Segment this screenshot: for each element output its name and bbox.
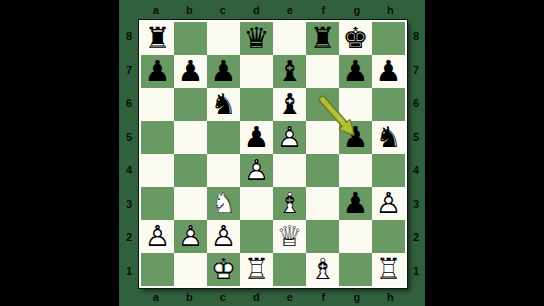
white-pawn: ♙	[240, 154, 273, 187]
square-e6[interactable]: ♝	[273, 88, 306, 121]
square-d1[interactable]: ♜♖	[240, 253, 273, 286]
square-f2[interactable]	[306, 220, 339, 253]
square-b2[interactable]: ♟♙	[174, 220, 207, 253]
black-pawn: ♟	[207, 55, 240, 88]
file-label-d: d	[240, 5, 274, 16]
square-g2[interactable]	[339, 220, 372, 253]
white-pawn-fill: ♟	[372, 187, 405, 220]
white-rook: ♖	[372, 253, 405, 286]
white-pawn: ♙	[372, 187, 405, 220]
square-h1[interactable]: ♜♖	[372, 253, 405, 286]
rank-label-8: 8	[126, 31, 132, 42]
square-a5[interactable]	[141, 121, 174, 154]
square-h2[interactable]	[372, 220, 405, 253]
file-label-c: c	[206, 5, 240, 16]
square-a4[interactable]	[141, 154, 174, 187]
square-a2[interactable]: ♟♙	[141, 220, 174, 253]
square-b1[interactable]	[174, 253, 207, 286]
file-label-a: a	[139, 292, 173, 303]
white-bishop: ♗	[273, 187, 306, 220]
square-d4[interactable]: ♟♙	[240, 154, 273, 187]
square-g1[interactable]	[339, 253, 372, 286]
square-h7[interactable]: ♟	[372, 55, 405, 88]
white-king: ♔	[207, 253, 240, 286]
black-queen: ♛	[240, 22, 273, 55]
square-c1[interactable]: ♚♔	[207, 253, 240, 286]
board-squares: ♜♛♜♚♟♟♟♝♟♟♞♝♟♟♙♟♞♟♙♞♘♝♗♟♟♙♟♙♟♙♟♙♛♕♚♔♜♖♝♗…	[139, 20, 407, 288]
square-f6[interactable]	[306, 88, 339, 121]
square-d8[interactable]: ♛	[240, 22, 273, 55]
white-pawn: ♙	[207, 220, 240, 253]
chessboard: ♜♛♜♚♟♟♟♝♟♟♞♝♟♟♙♟♞♟♙♞♘♝♗♟♟♙♟♙♟♙♟♙♛♕♚♔♜♖♝♗…	[139, 20, 407, 288]
black-knight: ♞	[372, 121, 405, 154]
square-f8[interactable]: ♜	[306, 22, 339, 55]
black-pawn: ♟	[339, 121, 372, 154]
square-d5[interactable]: ♟	[240, 121, 273, 154]
square-b7[interactable]: ♟	[174, 55, 207, 88]
white-pawn-fill: ♟	[141, 220, 174, 253]
black-bishop: ♝	[273, 88, 306, 121]
square-f3[interactable]	[306, 187, 339, 220]
square-h5[interactable]: ♞	[372, 121, 405, 154]
black-pawn: ♟	[174, 55, 207, 88]
square-e7[interactable]: ♝	[273, 55, 306, 88]
square-e5[interactable]: ♟♙	[273, 121, 306, 154]
square-c4[interactable]	[207, 154, 240, 187]
file-label-c: c	[206, 292, 240, 303]
square-d7[interactable]	[240, 55, 273, 88]
square-f1[interactable]: ♝♗	[306, 253, 339, 286]
rank-label-8: 8	[413, 31, 419, 42]
black-pawn: ♟	[339, 187, 372, 220]
rank-label-6: 6	[413, 98, 419, 109]
rank-label-6: 6	[126, 98, 132, 109]
white-rook: ♖	[240, 253, 273, 286]
square-b6[interactable]	[174, 88, 207, 121]
black-rook: ♜	[306, 22, 339, 55]
black-pawn: ♟	[339, 55, 372, 88]
file-label-a: a	[139, 5, 173, 16]
rank-labels-left: 87654321	[119, 20, 139, 288]
file-label-h: h	[374, 292, 408, 303]
white-knight-fill: ♞	[207, 187, 240, 220]
rank-labels-right: 87654321	[407, 20, 425, 288]
square-e1[interactable]	[273, 253, 306, 286]
file-label-b: b	[173, 5, 207, 16]
square-f4[interactable]	[306, 154, 339, 187]
black-rook: ♜	[141, 22, 174, 55]
square-g8[interactable]: ♚	[339, 22, 372, 55]
square-e2[interactable]: ♛♕	[273, 220, 306, 253]
square-a6[interactable]	[141, 88, 174, 121]
rank-label-5: 5	[126, 132, 132, 143]
rank-label-3: 3	[413, 199, 419, 210]
square-h4[interactable]	[372, 154, 405, 187]
square-d6[interactable]	[240, 88, 273, 121]
square-d3[interactable]	[240, 187, 273, 220]
rank-label-2: 2	[126, 232, 132, 243]
black-pawn: ♟	[141, 55, 174, 88]
file-label-e: e	[273, 292, 307, 303]
white-pawn: ♙	[273, 121, 306, 154]
white-pawn-fill: ♟	[207, 220, 240, 253]
white-bishop-fill: ♝	[273, 187, 306, 220]
square-e3[interactable]: ♝♗	[273, 187, 306, 220]
white-rook-fill: ♜	[240, 253, 273, 286]
square-b5[interactable]	[174, 121, 207, 154]
file-label-b: b	[173, 292, 207, 303]
file-labels-bottom: abcdefgh	[139, 288, 407, 306]
square-d2[interactable]	[240, 220, 273, 253]
square-c5[interactable]	[207, 121, 240, 154]
black-king: ♚	[339, 22, 372, 55]
file-labels-top: abcdefgh	[139, 0, 407, 20]
rank-label-7: 7	[413, 65, 419, 76]
white-knight: ♘	[207, 187, 240, 220]
square-b3[interactable]	[174, 187, 207, 220]
white-king-fill: ♚	[207, 253, 240, 286]
square-g7[interactable]: ♟	[339, 55, 372, 88]
white-queen-fill: ♛	[273, 220, 306, 253]
rank-label-3: 3	[126, 199, 132, 210]
white-rook-fill: ♜	[372, 253, 405, 286]
square-c8[interactable]	[207, 22, 240, 55]
square-a8[interactable]: ♜	[141, 22, 174, 55]
file-label-d: d	[240, 292, 274, 303]
white-pawn-fill: ♟	[240, 154, 273, 187]
square-g6[interactable]	[339, 88, 372, 121]
file-label-f: f	[307, 292, 341, 303]
file-label-g: g	[340, 292, 374, 303]
square-g3[interactable]: ♟	[339, 187, 372, 220]
square-c3[interactable]: ♞♘	[207, 187, 240, 220]
square-f5[interactable]	[306, 121, 339, 154]
square-h3[interactable]: ♟♙	[372, 187, 405, 220]
file-label-h: h	[374, 5, 408, 16]
black-knight: ♞	[207, 88, 240, 121]
square-c7[interactable]: ♟	[207, 55, 240, 88]
square-g4[interactable]	[339, 154, 372, 187]
screenshot-background: { "game": "chess", "position": { "fen": …	[0, 0, 544, 306]
white-bishop: ♗	[306, 253, 339, 286]
black-pawn: ♟	[240, 121, 273, 154]
rank-label-5: 5	[413, 132, 419, 143]
white-pawn: ♙	[174, 220, 207, 253]
square-b4[interactable]	[174, 154, 207, 187]
black-bishop: ♝	[273, 55, 306, 88]
file-label-f: f	[307, 5, 341, 16]
rank-label-4: 4	[126, 165, 132, 176]
square-a3[interactable]	[141, 187, 174, 220]
rank-label-2: 2	[413, 232, 419, 243]
rank-label-1: 1	[413, 266, 419, 277]
rank-label-7: 7	[126, 65, 132, 76]
square-c2[interactable]: ♟♙	[207, 220, 240, 253]
square-e8[interactable]	[273, 22, 306, 55]
square-h6[interactable]	[372, 88, 405, 121]
square-c6[interactable]: ♞	[207, 88, 240, 121]
rank-label-4: 4	[413, 165, 419, 176]
white-pawn: ♙	[141, 220, 174, 253]
rank-label-1: 1	[126, 266, 132, 277]
chessboard-frame: abcdefgh 87654321 ♜♛♜♚♟♟♟♝♟♟♞♝♟♟♙♟♞♟♙♞♘♝…	[119, 0, 425, 306]
square-f7[interactable]	[306, 55, 339, 88]
square-g5[interactable]: ♟	[339, 121, 372, 154]
white-queen: ♕	[273, 220, 306, 253]
black-pawn: ♟	[372, 55, 405, 88]
white-pawn-fill: ♟	[174, 220, 207, 253]
white-pawn-fill: ♟	[273, 121, 306, 154]
square-a1[interactable]	[141, 253, 174, 286]
square-h8[interactable]	[372, 22, 405, 55]
square-b8[interactable]	[174, 22, 207, 55]
square-e4[interactable]	[273, 154, 306, 187]
file-label-g: g	[340, 5, 374, 16]
file-label-e: e	[273, 5, 307, 16]
square-a7[interactable]: ♟	[141, 55, 174, 88]
white-bishop-fill: ♝	[306, 253, 339, 286]
